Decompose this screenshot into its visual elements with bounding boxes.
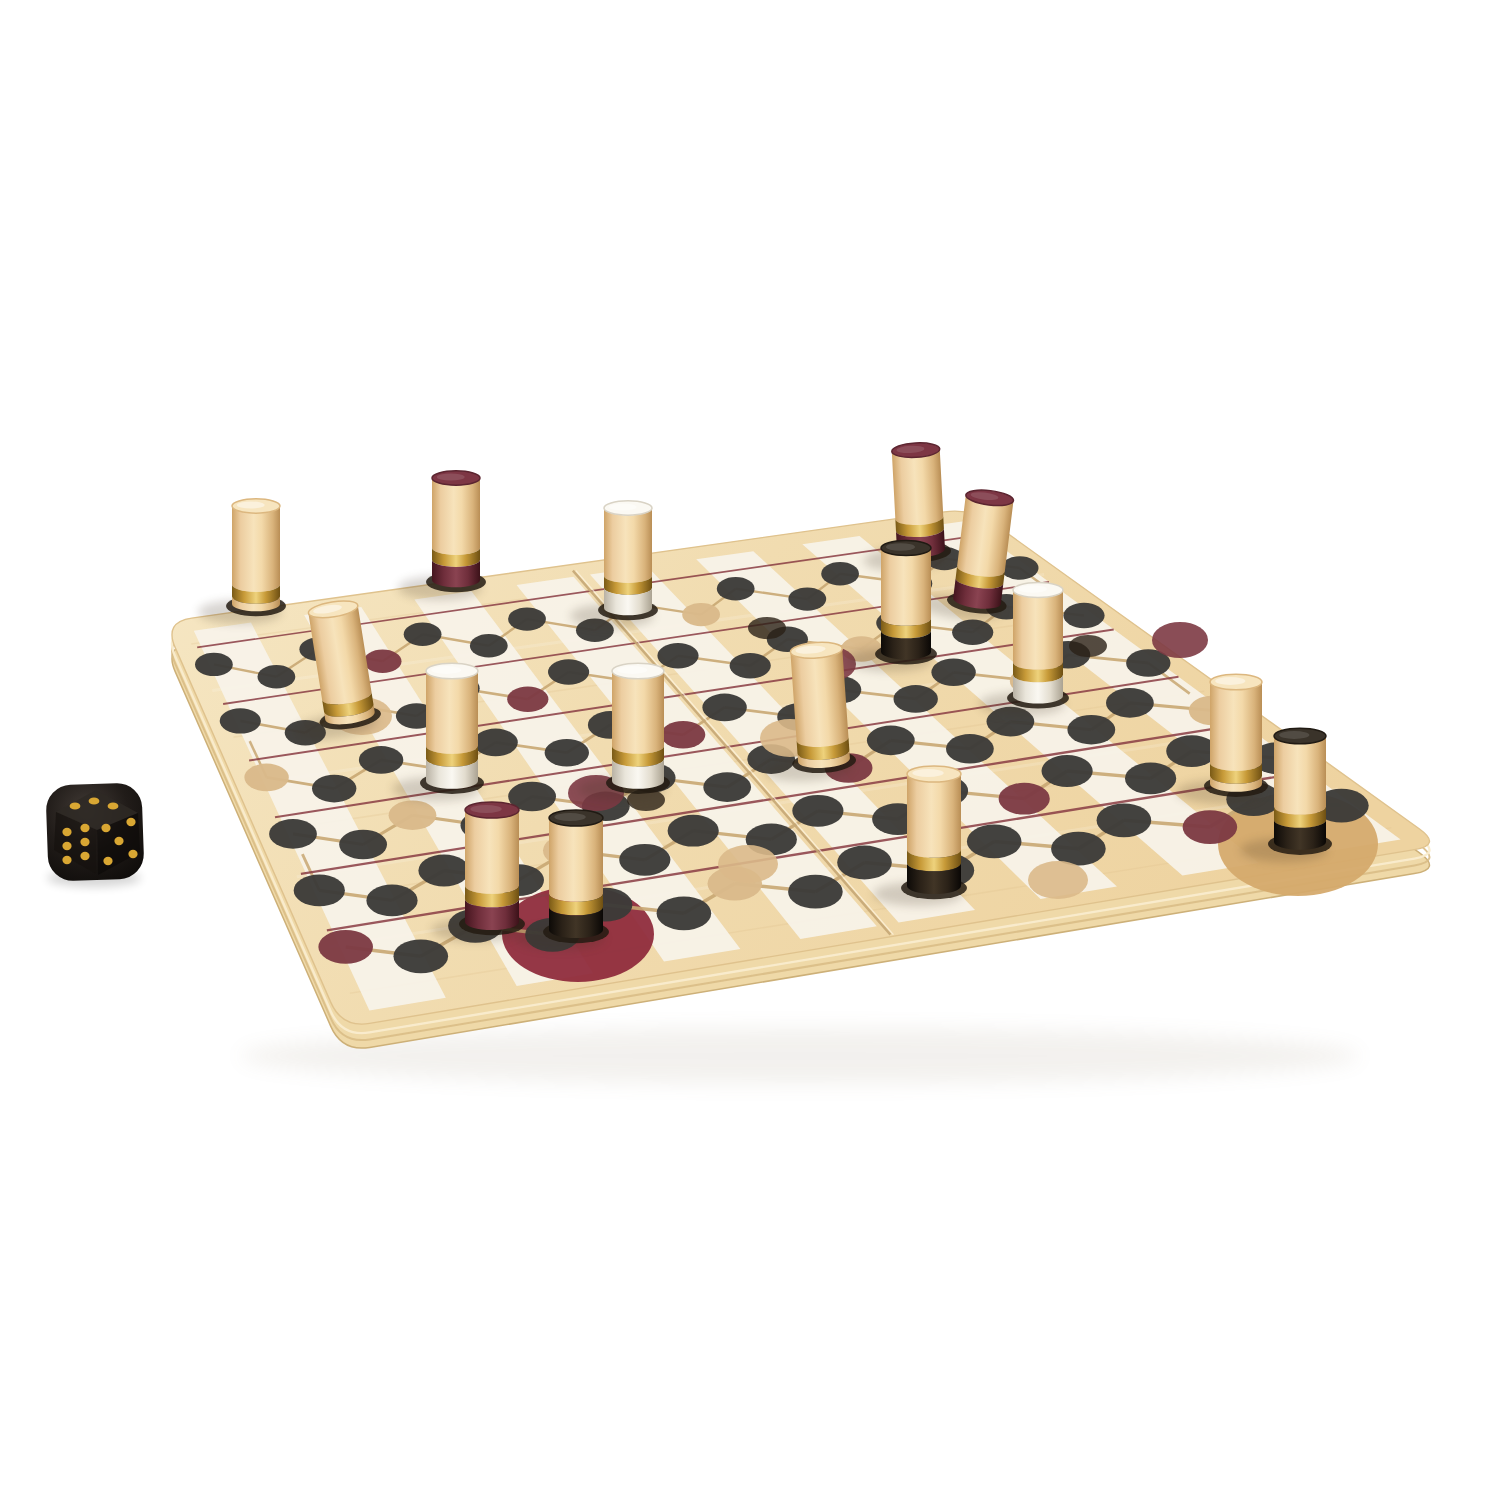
peg-body (426, 671, 478, 754)
peg-top-highlight (437, 473, 465, 480)
track-dot (792, 795, 843, 827)
peg-body (1274, 736, 1326, 815)
track-dot (1063, 603, 1104, 628)
track-dot (1097, 803, 1152, 837)
track-dot (1166, 735, 1217, 767)
peg-top-highlight (1018, 585, 1047, 593)
peg-natural-1 (198, 499, 286, 624)
track-dot (1125, 763, 1176, 795)
track-dot (473, 729, 517, 757)
track-dot (244, 764, 288, 792)
peg-top-highlight (609, 503, 637, 510)
track-dot (359, 746, 403, 774)
peg-top-highlight (1279, 731, 1309, 739)
die-pip-right (126, 818, 135, 826)
track-dot (788, 875, 843, 909)
track-dot (682, 603, 720, 626)
track-dot (952, 620, 993, 645)
die-pip-right (114, 837, 123, 845)
peg-top-highlight (237, 501, 265, 508)
track-dot (389, 800, 437, 830)
track-dot (258, 665, 296, 688)
peg-top-highlight (554, 813, 585, 821)
track-dot (703, 772, 751, 802)
track-dot (507, 687, 548, 712)
track-dot (545, 739, 589, 767)
die-pip-right (128, 850, 137, 858)
track-dot (1183, 810, 1238, 844)
peg-body (790, 648, 849, 748)
die-pip-right (101, 824, 110, 832)
die (45, 782, 144, 887)
peg-body (1013, 590, 1063, 670)
peg-body (1210, 682, 1262, 771)
scene-canvas (0, 0, 1500, 1500)
track-dot (195, 653, 233, 676)
track-dot (967, 825, 1022, 859)
track-dot (312, 775, 356, 803)
peg-maroon-1 (398, 471, 486, 600)
peg-body (892, 449, 944, 526)
track-dot (821, 562, 859, 585)
track-dot (318, 930, 373, 964)
peg-top-highlight (1215, 677, 1245, 685)
track-dot (657, 896, 712, 930)
accent-dot-beige (1028, 861, 1088, 899)
peg-body (881, 548, 931, 626)
track-dot (394, 939, 449, 973)
die-pip-left (62, 842, 71, 850)
die-pip-top (89, 797, 100, 804)
track-dot (717, 577, 755, 600)
track-dot (657, 643, 698, 668)
track-dot (364, 650, 402, 673)
track-dot (1051, 832, 1106, 866)
die-pip-left (80, 838, 89, 846)
accent-dot-beige (718, 845, 778, 883)
track-dot (730, 653, 771, 678)
track-dot (931, 659, 975, 687)
track-dot (894, 685, 938, 713)
die-pip-top (70, 802, 81, 809)
track-dot (946, 734, 994, 764)
peg-body (465, 810, 519, 894)
track-dot (294, 875, 345, 907)
track-dot (339, 830, 387, 860)
track-dot (867, 726, 915, 756)
die-pip-top (108, 802, 119, 809)
die-pip-left (62, 828, 71, 836)
die-pip-left (62, 856, 71, 864)
peg-body (432, 478, 480, 555)
track-dot (702, 694, 746, 722)
peg-top-highlight (431, 666, 461, 674)
peg-top-highlight (912, 769, 943, 777)
empty-peg-hole (1069, 635, 1107, 657)
track-dot (837, 846, 892, 880)
track-dot (366, 885, 417, 917)
board-game-scene (0, 0, 1500, 1500)
track-dot (1067, 715, 1115, 745)
track-dot (999, 783, 1050, 815)
peg-top-highlight (617, 666, 647, 674)
track-dot (661, 721, 705, 749)
track-dot (1042, 755, 1093, 787)
track-dot (1001, 556, 1039, 579)
empty-peg-hole (748, 617, 786, 639)
track-dot (418, 855, 469, 887)
peg-body (549, 818, 603, 902)
peg-body (232, 506, 280, 592)
peg-top-highlight (886, 543, 915, 551)
peg-body (612, 671, 664, 754)
die-pip-left (80, 824, 89, 832)
peg-top-highlight (470, 805, 501, 813)
track-dot (548, 659, 589, 684)
track-dot (668, 815, 719, 847)
peg-body (604, 508, 652, 583)
track-dot (508, 607, 546, 630)
track-dot (619, 844, 670, 876)
track-dot (788, 587, 826, 610)
accent-dot-maroon (1152, 622, 1208, 658)
die-pip-right (103, 857, 112, 865)
track-dot (269, 819, 317, 849)
track-dot (1106, 688, 1154, 718)
board-game-photo-stage (0, 0, 1500, 1500)
peg-body (907, 774, 961, 858)
peg-body (956, 495, 1013, 579)
track-dot (470, 634, 508, 657)
track-dot (404, 623, 442, 646)
die-pip-left (80, 852, 89, 860)
track-dot (220, 708, 261, 733)
